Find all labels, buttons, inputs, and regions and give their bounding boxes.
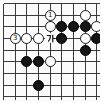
black-stone xyxy=(33,80,44,91)
black-stone xyxy=(68,21,79,32)
white-stone xyxy=(45,21,56,32)
move-number-label: 1 xyxy=(48,12,52,19)
white-stone-move-3: 3 xyxy=(10,33,21,44)
move-number-label: 3 xyxy=(13,35,17,42)
board-grid-line-h xyxy=(4,96,101,97)
white-stone xyxy=(91,21,100,32)
black-stone xyxy=(80,21,91,32)
white-stone xyxy=(80,10,91,21)
white-stone xyxy=(21,33,32,44)
black-stone xyxy=(56,21,67,32)
black-stone xyxy=(91,33,100,44)
board-grid-line-v xyxy=(96,4,97,101)
white-stone xyxy=(80,33,91,44)
black-stone xyxy=(56,33,67,44)
white-stone xyxy=(45,56,56,67)
black-stone xyxy=(80,45,91,56)
white-stone xyxy=(33,33,44,44)
point-label-ga xyxy=(45,33,55,43)
black-stone xyxy=(33,56,44,67)
white-stone-move-1: 1 xyxy=(45,10,56,21)
black-stone xyxy=(21,56,32,67)
go-board: 13 xyxy=(0,0,100,100)
